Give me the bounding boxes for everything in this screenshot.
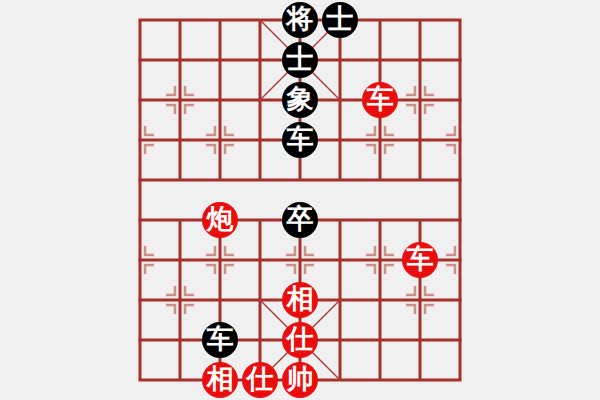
piece-label: 卒 xyxy=(287,206,314,233)
piece-red-chariot[interactable]: 车 xyxy=(362,82,398,118)
piece-label: 炮 xyxy=(207,206,234,233)
piece-label: 相 xyxy=(207,366,234,393)
piece-label: 车 xyxy=(407,246,434,273)
piece-label: 将 xyxy=(287,6,314,33)
piece-black-chariot[interactable]: 车 xyxy=(202,322,238,358)
piece-red-cannon[interactable]: 炮 xyxy=(202,202,238,238)
piece-label: 仕 xyxy=(287,326,314,353)
piece-label: 仕 xyxy=(247,366,274,393)
piece-label: 相 xyxy=(287,286,314,313)
piece-label: 车 xyxy=(207,326,234,353)
piece-black-pawn[interactable]: 卒 xyxy=(282,202,318,238)
screenshot-root: 将士士象车卒车车炮车相仕相仕帅 xyxy=(0,0,600,400)
piece-black-advisor[interactable]: 士 xyxy=(282,42,318,78)
piece-red-advisor[interactable]: 仕 xyxy=(282,322,318,358)
piece-label: 车 xyxy=(367,86,394,113)
piece-red-chariot[interactable]: 车 xyxy=(402,242,438,278)
piece-label: 士 xyxy=(287,46,314,73)
piece-black-chariot[interactable]: 车 xyxy=(282,122,318,158)
piece-black-general[interactable]: 将 xyxy=(282,2,318,38)
piece-label: 象 xyxy=(287,86,314,113)
piece-red-general[interactable]: 帅 xyxy=(282,362,318,398)
pieces-layer: 将士士象车卒车车炮车相仕相仕帅 xyxy=(120,0,480,400)
piece-label: 帅 xyxy=(287,366,314,393)
piece-red-elephant[interactable]: 相 xyxy=(202,362,238,398)
piece-black-advisor[interactable]: 士 xyxy=(322,2,358,38)
piece-label: 车 xyxy=(287,126,314,153)
piece-black-elephant[interactable]: 象 xyxy=(282,82,318,118)
piece-red-elephant[interactable]: 相 xyxy=(282,282,318,318)
piece-label: 士 xyxy=(327,6,354,33)
piece-red-advisor[interactable]: 仕 xyxy=(242,362,278,398)
